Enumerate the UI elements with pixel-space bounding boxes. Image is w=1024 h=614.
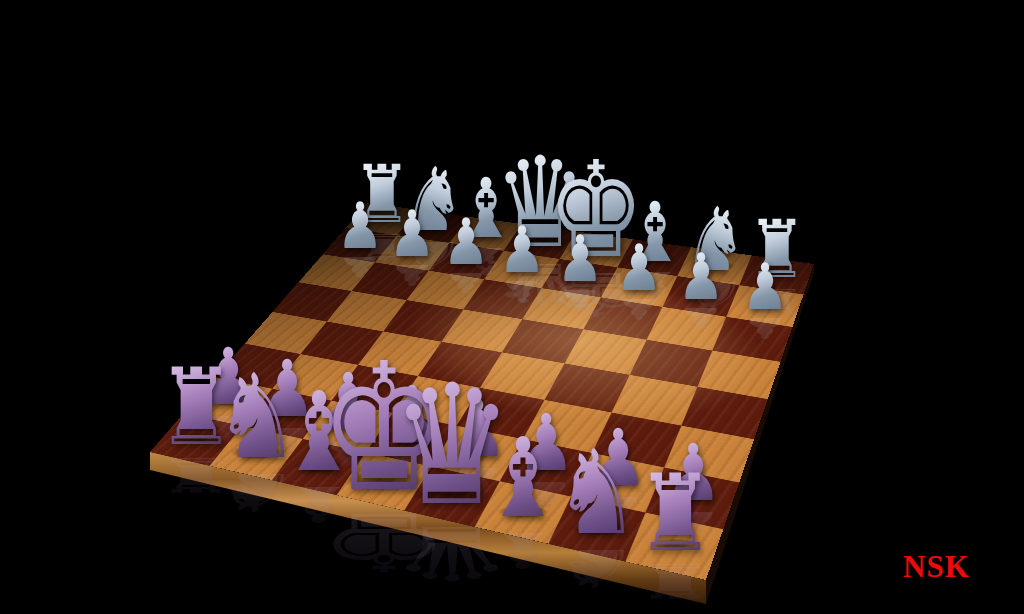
piece-silver-pawn[interactable]: ♟ <box>443 209 490 273</box>
piece-purple-rook[interactable]: ♜ <box>636 460 714 566</box>
piece-purple-bishop[interactable]: ♝ <box>483 424 564 534</box>
piece-silver-pawn[interactable]: ♟ <box>499 218 546 282</box>
piece-purple-knight[interactable]: ♞ <box>555 435 641 552</box>
piece-silver-pawn[interactable]: ♟ <box>616 235 663 299</box>
piece-silver-pawn[interactable]: ♟ <box>389 201 436 265</box>
piece-silver-pawn[interactable]: ♟ <box>678 245 725 309</box>
piece-silver-pawn[interactable]: ♟ <box>556 226 603 290</box>
piece-silver-pawn[interactable]: ♟ <box>742 254 789 318</box>
chess-scene: ♜♜♞♞♝♝♛♛♚♚♝♝♞♞♜♜♟♟♟♟♟♟♟♟♟♟♟♟♟♟♟♟♟♟♟♟♟♟♟♟… <box>0 0 1024 614</box>
watermark-nsk: NSK <box>903 549 970 585</box>
piece-silver-pawn[interactable]: ♟ <box>337 193 384 257</box>
